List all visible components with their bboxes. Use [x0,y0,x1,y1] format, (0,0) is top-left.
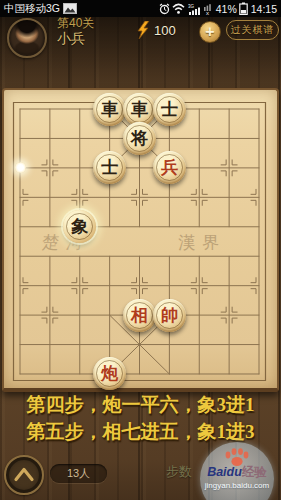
energy-bolt-icon [136,21,151,39]
carrier-label: 中国移动3G [4,2,60,16]
status-bar: 中国移动3G 3G [0,0,281,17]
piece-ring [156,96,183,123]
energy-count: 100 [154,23,176,38]
piece-ring [156,154,183,181]
move-line-1: 第四步，炮一平六，象3进1 [0,391,281,418]
piece-ring [126,96,153,123]
river-label-right: 漢界 [178,233,226,252]
wifi-icon [172,3,185,14]
svg-text:x: x [206,9,209,14]
steps-label: 步数 [166,463,192,481]
expand-button[interactable] [4,455,44,495]
battery-icon [239,2,248,15]
chevron-up-icon [6,457,42,493]
watermark-url: jingyan.baidu.com [186,481,281,490]
piece-black-将[interactable]: 将 [123,122,156,155]
records-button[interactable]: 过关棋谱 [226,20,279,40]
move-instructions: 第四步，炮一平六，象3进1 第五步，相七进五，象1进3 [0,391,281,445]
battery-percent-label: 41% [216,3,237,15]
svg-text:3G: 3G [188,3,195,8]
piece-ring [126,125,153,152]
last-move-from-marker [15,162,26,173]
watermark-brand: Baidu经验 [200,464,274,481]
piece-black-車[interactable]: 車 [123,93,156,126]
signal-3g-icon: 3G [188,3,201,15]
piece-red-相[interactable]: 相 [123,299,156,332]
piece-ring [96,96,123,123]
piece-red-帥[interactable]: 帥 [153,299,186,332]
piece-black-車[interactable]: 車 [93,93,126,126]
avatar[interactable] [7,18,47,58]
app-screen: 中国移动3G 3G [0,0,281,500]
piece-ring [156,302,183,329]
piece-ring [96,154,123,181]
online-count-badge: 13人 [50,464,107,483]
piece-ring [126,302,153,329]
baidu-watermark: Baidu经验 jingyan.baidu.com [200,442,274,500]
alarm-icon [159,3,170,15]
xiangqi-board[interactable]: 楚河 漢界 車車士将士兵象相帥炮 [2,88,279,392]
piece-ring [66,213,93,240]
screenshot-photo-icon [63,3,77,14]
rank-label: 小兵 [57,30,85,48]
piece-black-士[interactable]: 士 [153,93,186,126]
clock-label: 14:15 [251,3,277,15]
move-line-2: 第五步，相七进五，象1进3 [0,418,281,445]
piece-ring [96,360,123,387]
signal-sim2-off-icon: x [203,3,213,15]
add-energy-button[interactable]: + [199,21,221,43]
